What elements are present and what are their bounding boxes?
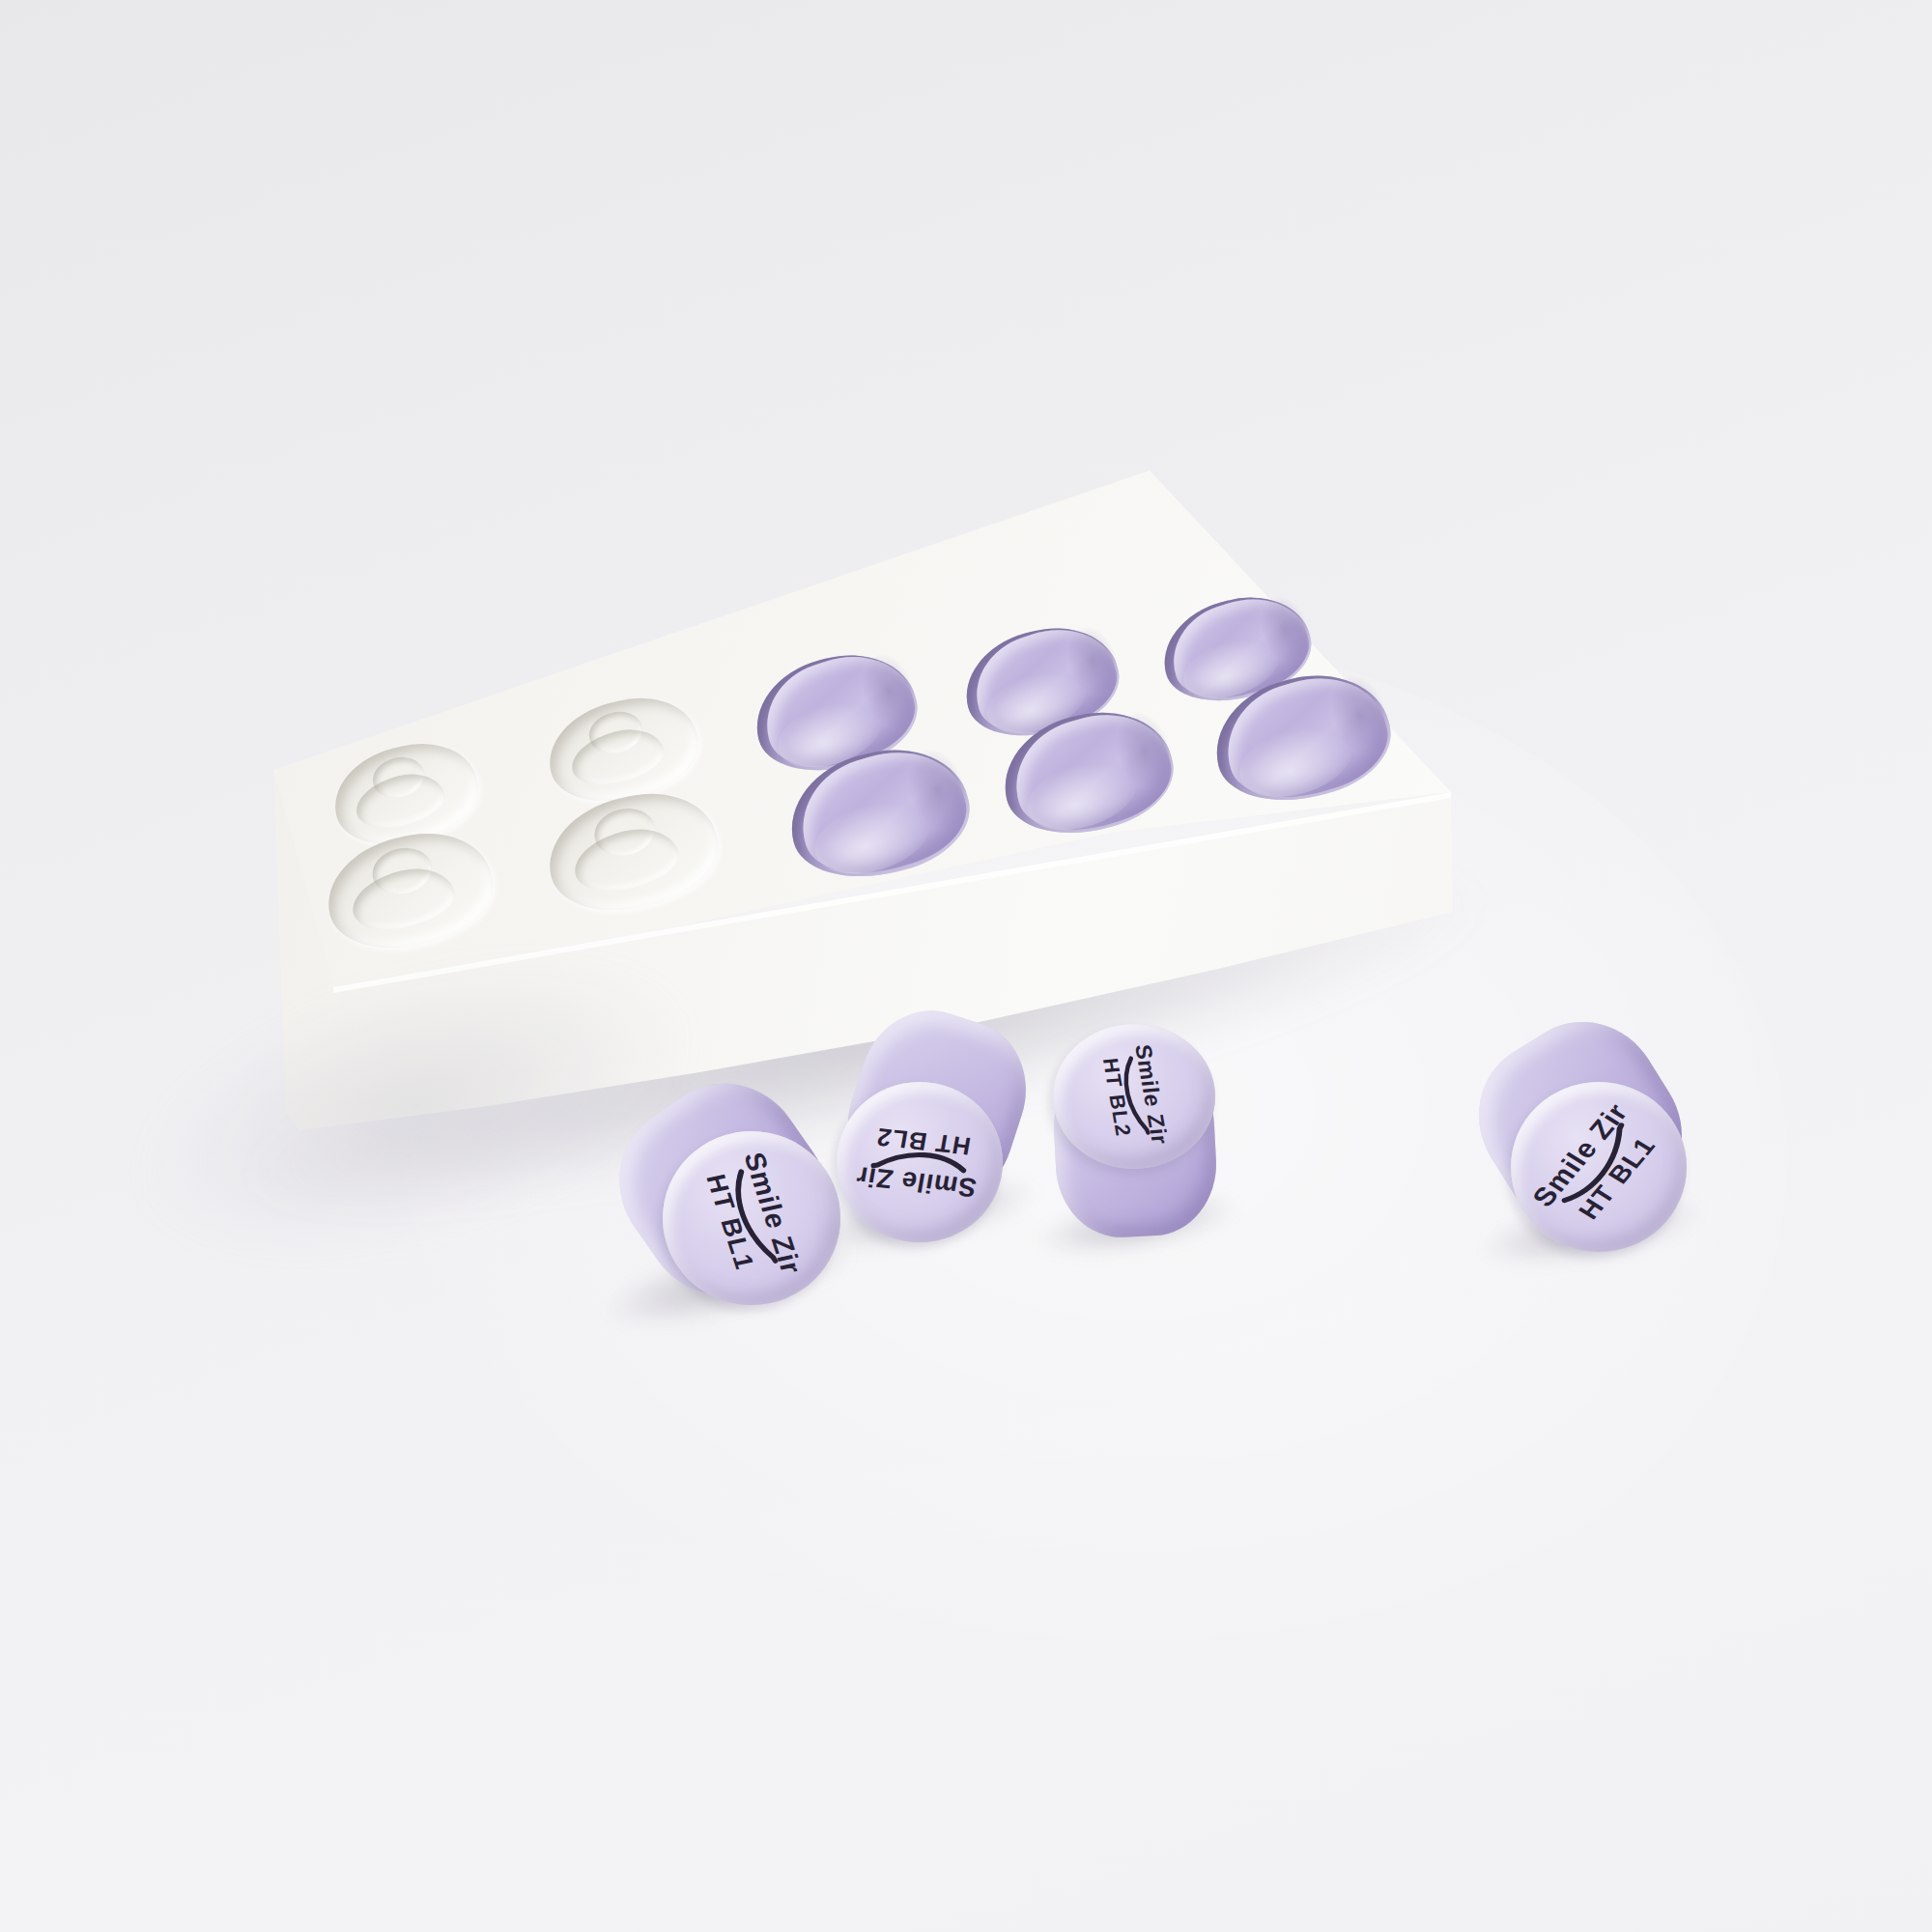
zirconia-block-3: Smile Zir HT BL2 xyxy=(1045,1024,1224,1246)
product-photo: Smile Zir HT BL1 Smile Zir HT BL2 Smile … xyxy=(0,0,1932,1932)
block-face: Smile Zir HT BL2 xyxy=(1053,1024,1215,1169)
block-label: Smile Zir HT BL2 xyxy=(845,1122,994,1202)
zirconia-block-2: Smile Zir HT BL2 xyxy=(823,1014,1026,1241)
block-face: Smile Zir HT BL2 xyxy=(837,1082,1003,1242)
zirconia-block-4: Smile Zir HT BL1 xyxy=(1488,1022,1690,1259)
block-face: Smile Zir HT BL1 xyxy=(1511,1082,1687,1252)
block-label: Smile Zir HT BL1 xyxy=(695,1142,809,1294)
block-label: Smile Zir HT BL2 xyxy=(1095,1037,1172,1155)
zirconia-block-1: Smile Zir HT BL1 xyxy=(623,1074,855,1311)
block-label: Smile Zir HT BL1 xyxy=(1521,1093,1675,1241)
block-face: Smile Zir HT BL1 xyxy=(663,1131,840,1305)
